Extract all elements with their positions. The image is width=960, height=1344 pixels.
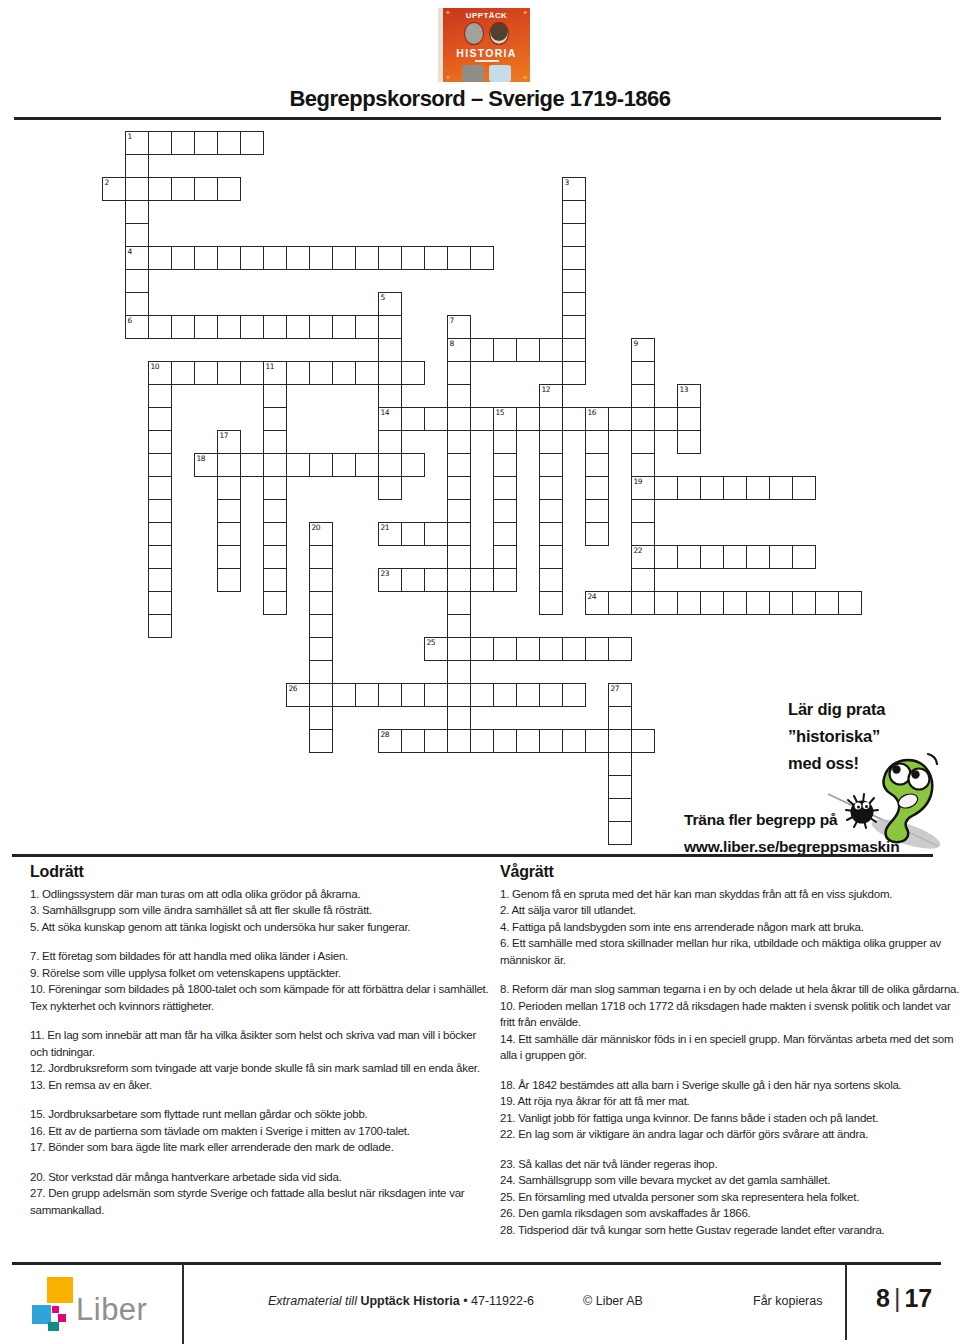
grid-cell[interactable] xyxy=(424,246,448,270)
grid-cell[interactable] xyxy=(240,453,264,477)
clue: 18. År 1842 bestämdes att alla barn i Sv… xyxy=(500,1077,960,1094)
grid-cell[interactable]: 26 xyxy=(286,683,310,707)
grid-cell[interactable] xyxy=(148,315,172,339)
grid-cell[interactable] xyxy=(539,476,563,500)
grid-cell[interactable] xyxy=(309,545,333,569)
grid-cell[interactable] xyxy=(309,614,333,638)
grid-cell[interactable] xyxy=(332,683,356,707)
grid-cell[interactable] xyxy=(424,407,448,431)
grid-cell[interactable] xyxy=(608,706,632,730)
speech-line: Lär dig prata xyxy=(788,696,885,723)
cover-photo xyxy=(462,65,484,82)
grid-cell[interactable] xyxy=(148,430,172,454)
grid-cell[interactable] xyxy=(148,614,172,638)
grid-cell[interactable] xyxy=(585,453,609,477)
grid-cell[interactable]: 19 xyxy=(631,476,655,500)
clue: 12. Jordbruksreform som tvingade att var… xyxy=(30,1060,492,1077)
clue: 9. Rörelse som ville upplysa folket om v… xyxy=(30,965,492,982)
grid-cell[interactable] xyxy=(516,338,540,362)
grid-cell[interactable] xyxy=(125,292,149,316)
grid-cell[interactable]: 18 xyxy=(194,453,218,477)
grid-cell[interactable] xyxy=(401,453,425,477)
credit-suffix: • 47-11922-6 xyxy=(460,1294,534,1308)
grid-cell[interactable] xyxy=(447,591,471,615)
grid-cell[interactable] xyxy=(286,361,310,385)
grid-cell[interactable] xyxy=(585,522,609,546)
grid-cell[interactable] xyxy=(470,637,494,661)
grid-cell[interactable] xyxy=(194,246,218,270)
grid-cell[interactable] xyxy=(171,177,195,201)
grid-cell[interactable] xyxy=(562,338,586,362)
grid-cell[interactable] xyxy=(217,476,241,500)
grid-cell[interactable] xyxy=(309,706,333,730)
clue: 27. Den grupp adelsmän som styrde Sverig… xyxy=(30,1185,492,1218)
grid-cell[interactable] xyxy=(539,683,563,707)
grid-cell[interactable] xyxy=(470,246,494,270)
grid-cell[interactable] xyxy=(355,315,379,339)
grid-cell[interactable] xyxy=(447,246,471,270)
grid-cell[interactable] xyxy=(677,545,701,569)
grid-cell[interactable] xyxy=(148,545,172,569)
grid-cell[interactable] xyxy=(148,522,172,546)
grid-cell[interactable] xyxy=(539,637,563,661)
grid-cell[interactable] xyxy=(447,706,471,730)
credit-prefix: Extramaterial till xyxy=(268,1294,360,1308)
grid-cell[interactable] xyxy=(378,683,402,707)
grid-cell[interactable] xyxy=(447,637,471,661)
grid-cell[interactable] xyxy=(401,729,425,753)
grid-cell[interactable] xyxy=(263,499,287,523)
grid-cell[interactable] xyxy=(148,476,172,500)
grid-cell[interactable] xyxy=(516,683,540,707)
grid-cell[interactable] xyxy=(654,545,678,569)
grid-cell[interactable] xyxy=(447,545,471,569)
grid-cell[interactable] xyxy=(516,729,540,753)
grid-cell[interactable] xyxy=(194,315,218,339)
grid-cell[interactable] xyxy=(539,545,563,569)
grid-cell[interactable]: 14 xyxy=(378,407,402,431)
grid-cell[interactable] xyxy=(585,430,609,454)
clue-group: 1. Odlingssystem där man turas om att od… xyxy=(30,886,492,936)
grid-cell[interactable]: 16 xyxy=(585,407,609,431)
grid-cell[interactable] xyxy=(125,223,149,247)
clue: 19. Att röja nya åkrar för att få mer ma… xyxy=(500,1093,960,1110)
grid-cell[interactable] xyxy=(378,246,402,270)
grid-cell[interactable]: 8 xyxy=(447,338,471,362)
clue-number: 16 xyxy=(588,408,597,417)
grid-cell[interactable] xyxy=(493,430,517,454)
grid-cell[interactable] xyxy=(332,315,356,339)
grid-cell[interactable] xyxy=(654,407,678,431)
grid-cell[interactable]: 1 xyxy=(125,131,149,155)
grid-cell[interactable] xyxy=(148,246,172,270)
grid-cell[interactable] xyxy=(447,407,471,431)
clue-number: 25 xyxy=(427,638,436,647)
clues-across-list: 1. Genom få en spruta med det här kan ma… xyxy=(500,886,960,1239)
grid-cell[interactable] xyxy=(447,522,471,546)
grid-cell[interactable] xyxy=(125,154,149,178)
grid-cell[interactable] xyxy=(539,430,563,454)
page-number-separator: | xyxy=(890,1284,905,1312)
grid-cell[interactable] xyxy=(585,476,609,500)
grid-cell[interactable] xyxy=(217,246,241,270)
grid-cell[interactable] xyxy=(539,453,563,477)
clue-number: 15 xyxy=(496,408,505,417)
grid-cell[interactable] xyxy=(263,476,287,500)
grid-cell[interactable] xyxy=(792,545,816,569)
grid-cell[interactable] xyxy=(332,361,356,385)
grid-cell[interactable] xyxy=(539,729,563,753)
grid-cell[interactable] xyxy=(700,591,724,615)
grid-cell[interactable] xyxy=(539,522,563,546)
grid-cell[interactable] xyxy=(700,545,724,569)
grid-cell[interactable]: 27 xyxy=(608,683,632,707)
grid-cell[interactable] xyxy=(286,246,310,270)
grid-cell[interactable] xyxy=(677,430,701,454)
page-current: 8 xyxy=(876,1284,890,1312)
page-title: Begreppskorsord – Sverige 1719-1866 xyxy=(0,86,960,112)
grid-cell[interactable] xyxy=(608,729,632,753)
grid-cell[interactable] xyxy=(217,499,241,523)
crossword-grid: 1462351478919221011121315161718202123242… xyxy=(102,131,862,845)
grid-cell[interactable] xyxy=(217,361,241,385)
grid-cell[interactable] xyxy=(148,407,172,431)
grid-cell[interactable] xyxy=(792,476,816,500)
grid-cell[interactable] xyxy=(263,384,287,408)
clue: 25. En församling med utvalda personer s… xyxy=(500,1189,960,1206)
clue: 10. Perioden mellan 1718 och 1772 då rik… xyxy=(500,998,960,1031)
grid-cell[interactable] xyxy=(470,729,494,753)
grid-cell[interactable] xyxy=(194,177,218,201)
grid-cell[interactable] xyxy=(631,430,655,454)
grid-cell[interactable] xyxy=(263,568,287,592)
grid-cell[interactable] xyxy=(171,361,195,385)
grid-cell[interactable] xyxy=(447,476,471,500)
grid-cell[interactable]: 2 xyxy=(102,177,126,201)
grid-cell[interactable] xyxy=(447,683,471,707)
grid-cell[interactable] xyxy=(493,453,517,477)
grid-cell[interactable] xyxy=(631,407,655,431)
grid-cell[interactable] xyxy=(585,637,609,661)
clue: 20. Stor verkstad där många hantverkare … xyxy=(30,1169,492,1186)
grid-cell[interactable] xyxy=(401,522,425,546)
grid-cell[interactable]: 9 xyxy=(631,338,655,362)
grid-cell[interactable] xyxy=(562,315,586,339)
grid-cell[interactable] xyxy=(746,476,770,500)
grid-cell[interactable] xyxy=(562,683,586,707)
grid-cell[interactable]: 24 xyxy=(585,591,609,615)
grid-cell[interactable] xyxy=(654,591,678,615)
grid-cell[interactable] xyxy=(309,591,333,615)
grid-cell[interactable] xyxy=(401,683,425,707)
clue-number: 7 xyxy=(450,316,454,325)
grid-cell[interactable] xyxy=(654,476,678,500)
grid-cell[interactable] xyxy=(562,729,586,753)
grid-cell[interactable] xyxy=(608,407,632,431)
grid-cell[interactable] xyxy=(746,545,770,569)
grid-cell[interactable] xyxy=(447,384,471,408)
grid-cell[interactable] xyxy=(240,315,264,339)
grid-cell[interactable] xyxy=(125,269,149,293)
grid-cell[interactable]: 4 xyxy=(125,246,149,270)
grid-cell[interactable] xyxy=(493,338,517,362)
grid-cell[interactable] xyxy=(539,407,563,431)
grid-cell[interactable] xyxy=(401,568,425,592)
grid-cell[interactable] xyxy=(378,453,402,477)
grid-cell[interactable]: 17 xyxy=(217,430,241,454)
grid-cell[interactable]: 12 xyxy=(539,384,563,408)
grid-cell[interactable] xyxy=(401,246,425,270)
clue-number: 14 xyxy=(381,408,390,417)
grid-cell[interactable] xyxy=(539,499,563,523)
clue-number: 24 xyxy=(588,592,597,601)
clue-number: 4 xyxy=(128,247,132,256)
grid-cell[interactable] xyxy=(148,177,172,201)
grid-cell[interactable] xyxy=(263,591,287,615)
grid-cell[interactable] xyxy=(286,315,310,339)
grid-cell[interactable] xyxy=(631,499,655,523)
grid-cell[interactable] xyxy=(309,729,333,753)
grid-cell[interactable] xyxy=(562,361,586,385)
grid-cell[interactable] xyxy=(585,729,609,753)
logo-square-yellow xyxy=(47,1277,73,1303)
grid-cell[interactable] xyxy=(378,476,402,500)
grid-cell[interactable] xyxy=(562,407,586,431)
grid-cell[interactable] xyxy=(493,729,517,753)
grid-cell[interactable] xyxy=(700,476,724,500)
grid-cell[interactable] xyxy=(332,453,356,477)
grid-cell[interactable] xyxy=(263,522,287,546)
grid-cell[interactable] xyxy=(539,568,563,592)
grid-cell[interactable] xyxy=(148,591,172,615)
grid-cell[interactable] xyxy=(309,660,333,684)
grid-cell[interactable]: 10 xyxy=(148,361,172,385)
grid-cell[interactable] xyxy=(125,177,149,201)
grid-cell[interactable] xyxy=(493,637,517,661)
grid-cell[interactable] xyxy=(263,407,287,431)
grid-cell[interactable] xyxy=(608,752,632,776)
grid-cell[interactable] xyxy=(493,476,517,500)
grid-cell[interactable] xyxy=(355,246,379,270)
grid-cell[interactable] xyxy=(194,131,218,155)
grid-cell[interactable] xyxy=(838,591,862,615)
grid-cell[interactable] xyxy=(378,384,402,408)
clue-number: 18 xyxy=(197,454,206,463)
grid-cell[interactable] xyxy=(194,361,218,385)
grid-cell[interactable] xyxy=(608,591,632,615)
grid-cell[interactable] xyxy=(401,361,425,385)
grid-cell[interactable] xyxy=(470,338,494,362)
grid-cell[interactable] xyxy=(378,361,402,385)
grid-cell[interactable]: 3 xyxy=(562,177,586,201)
clue-number: 13 xyxy=(680,385,689,394)
grid-cell[interactable] xyxy=(562,292,586,316)
grid-cell[interactable]: 22 xyxy=(631,545,655,569)
grid-cell[interactable] xyxy=(263,246,287,270)
grid-cell[interactable] xyxy=(125,200,149,224)
grid-cell[interactable] xyxy=(355,361,379,385)
grid-cell[interactable] xyxy=(516,637,540,661)
grid-cell[interactable] xyxy=(447,499,471,523)
grid-cell[interactable]: 11 xyxy=(263,361,287,385)
grid-cell[interactable] xyxy=(171,131,195,155)
grid-cell[interactable]: 7 xyxy=(447,315,471,339)
grid-cell[interactable] xyxy=(562,246,586,270)
grid-cell[interactable]: 13 xyxy=(677,384,701,408)
grid-cell[interactable] xyxy=(309,361,333,385)
grid-cell[interactable] xyxy=(470,407,494,431)
grid-cell[interactable] xyxy=(424,683,448,707)
grid-cell[interactable] xyxy=(677,591,701,615)
grid-cell[interactable] xyxy=(608,798,632,822)
clue-group: 23. Så kallas det när två länder regeras… xyxy=(500,1156,960,1239)
grid-cell[interactable] xyxy=(286,453,310,477)
cover-images xyxy=(462,65,511,82)
grid-cell[interactable] xyxy=(217,545,241,569)
grid-cell[interactable] xyxy=(470,568,494,592)
grid-cell[interactable] xyxy=(631,453,655,477)
grid-cell[interactable] xyxy=(447,453,471,477)
grid-cell[interactable] xyxy=(631,568,655,592)
grid-cell[interactable] xyxy=(493,499,517,523)
grid-cell[interactable] xyxy=(240,361,264,385)
speech-line: ”historiska” xyxy=(788,723,885,750)
grid-cell[interactable] xyxy=(378,315,402,339)
grid-cell[interactable] xyxy=(240,131,264,155)
clue: 3. Samhällsgrupp som ville ändra samhäll… xyxy=(30,902,492,919)
grid-cell[interactable] xyxy=(309,453,333,477)
grid-cell[interactable] xyxy=(447,729,471,753)
grid-cell[interactable] xyxy=(769,545,793,569)
grid-cell[interactable] xyxy=(217,568,241,592)
clue-number: 26 xyxy=(289,684,298,693)
footer-separator-left xyxy=(182,1264,184,1344)
grid-cell[interactable] xyxy=(355,453,379,477)
grid-cell[interactable] xyxy=(562,637,586,661)
grid-cell[interactable] xyxy=(447,614,471,638)
grid-cell[interactable]: 28 xyxy=(378,729,402,753)
clue-number: 10 xyxy=(151,362,160,371)
clue: 4. Fattiga på landsbygden som inte ens a… xyxy=(500,919,960,936)
grid-cell[interactable] xyxy=(608,775,632,799)
logo-square-teal xyxy=(48,1322,59,1331)
grid-cell[interactable] xyxy=(332,246,356,270)
grid-cell[interactable] xyxy=(424,568,448,592)
grid-cell[interactable] xyxy=(263,453,287,477)
grid-cell[interactable] xyxy=(217,315,241,339)
clue-number: 17 xyxy=(220,431,229,440)
grid-cell[interactable] xyxy=(746,591,770,615)
grid-cell[interactable] xyxy=(424,522,448,546)
grid-cell[interactable] xyxy=(493,522,517,546)
grid-cell[interactable] xyxy=(263,430,287,454)
worksheet-page: ✦ ✦ ✦ ✦ UPPTÄCK HISTORIA Begreppskorsord… xyxy=(0,0,960,1344)
grid-cell[interactable] xyxy=(378,338,402,362)
grid-cell[interactable] xyxy=(217,453,241,477)
clue-number: 1 xyxy=(128,132,132,141)
grid-cell[interactable] xyxy=(148,131,172,155)
clue: 10. Föreningar som bildades på 1800-tale… xyxy=(30,981,492,1014)
grid-cell[interactable] xyxy=(631,729,655,753)
grid-cell[interactable]: 21 xyxy=(378,522,402,546)
grid-cell[interactable] xyxy=(493,683,517,707)
grid-cell[interactable] xyxy=(631,591,655,615)
grid-cell[interactable] xyxy=(539,591,563,615)
grid-cell[interactable]: 23 xyxy=(378,568,402,592)
grid-cell[interactable] xyxy=(677,407,701,431)
grid-cell[interactable] xyxy=(493,545,517,569)
grid-cell[interactable] xyxy=(240,246,264,270)
grid-cell[interactable] xyxy=(447,568,471,592)
grid-cell[interactable] xyxy=(723,476,747,500)
grid-cell[interactable] xyxy=(309,683,333,707)
grid-cell[interactable] xyxy=(148,568,172,592)
grid-cell[interactable] xyxy=(263,545,287,569)
grid-cell[interactable] xyxy=(677,476,701,500)
grid-cell[interactable] xyxy=(585,499,609,523)
grid-cell[interactable] xyxy=(309,315,333,339)
grid-cell[interactable] xyxy=(608,821,632,845)
grid-cell[interactable] xyxy=(470,683,494,707)
grid-cell[interactable] xyxy=(493,568,517,592)
grid-cell[interactable] xyxy=(562,200,586,224)
grid-cell[interactable] xyxy=(309,637,333,661)
grid-cell[interactable] xyxy=(723,591,747,615)
clue: 11. En lag som innebär att man får ha vi… xyxy=(30,1027,492,1060)
grid-cell[interactable] xyxy=(815,591,839,615)
grid-cell[interactable] xyxy=(562,269,586,293)
grid-cell[interactable] xyxy=(769,476,793,500)
grid-cell[interactable] xyxy=(378,430,402,454)
clue-number: 28 xyxy=(381,730,390,739)
grid-cell[interactable] xyxy=(148,499,172,523)
grid-cell[interactable] xyxy=(631,361,655,385)
grid-cell[interactable] xyxy=(424,729,448,753)
grid-cell[interactable] xyxy=(608,637,632,661)
grid-cell[interactable] xyxy=(769,591,793,615)
clue-number: 2 xyxy=(105,178,109,187)
grid-cell[interactable]: 5 xyxy=(378,292,402,316)
grid-cell[interactable] xyxy=(148,384,172,408)
grid-cell[interactable] xyxy=(355,683,379,707)
grid-cell[interactable] xyxy=(217,522,241,546)
grid-cell[interactable] xyxy=(562,223,586,247)
grid-cell[interactable] xyxy=(263,315,287,339)
grid-cell[interactable] xyxy=(217,177,241,201)
grid-cell[interactable] xyxy=(516,407,540,431)
grid-cell[interactable]: 25 xyxy=(424,637,448,661)
grid-cell[interactable] xyxy=(309,246,333,270)
grid-cell[interactable] xyxy=(792,591,816,615)
grid-cell[interactable]: 6 xyxy=(125,315,149,339)
grid-cell[interactable] xyxy=(401,407,425,431)
grid-cell[interactable] xyxy=(447,660,471,684)
grid-cell[interactable] xyxy=(171,315,195,339)
grid-cell[interactable] xyxy=(447,430,471,454)
grid-cell[interactable]: 15 xyxy=(493,407,517,431)
grid-cell[interactable] xyxy=(309,568,333,592)
clue-group: 8. Reform där man slog samman tegarna i … xyxy=(500,981,960,1064)
grid-cell[interactable] xyxy=(631,384,655,408)
grid-cell[interactable] xyxy=(723,545,747,569)
grid-cell[interactable] xyxy=(171,246,195,270)
grid-cell[interactable] xyxy=(217,131,241,155)
grid-cell[interactable]: 20 xyxy=(309,522,333,546)
grid-cell[interactable] xyxy=(539,338,563,362)
grid-cell[interactable] xyxy=(148,453,172,477)
grid-cell[interactable] xyxy=(631,522,655,546)
grid-cell[interactable] xyxy=(447,361,471,385)
